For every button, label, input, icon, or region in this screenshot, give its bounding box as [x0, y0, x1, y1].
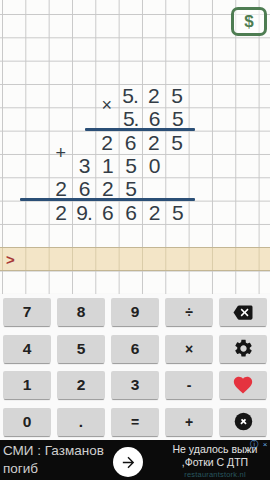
key-7[interactable]: 7 [3, 298, 51, 326]
backspace-icon [231, 303, 255, 322]
math-digit: 9. [72, 201, 95, 224]
math-digit: 2 [96, 177, 119, 200]
partial-product-row-1: 2 6 2 5 [95, 131, 188, 154]
ad-close-icon[interactable]: × [260, 440, 270, 450]
key-8[interactable]: 8 [57, 298, 105, 326]
math-digit: 5 [165, 84, 188, 107]
math-digit: 6 [142, 107, 165, 130]
math-digit: 6 [96, 201, 119, 224]
math-digit: 2 [95, 131, 118, 154]
math-digit: 0 [142, 154, 165, 177]
ad-headline-left[interactable]: СМИ : Газманов погиб [3, 442, 104, 477]
multiplicand-row: × 5. 2 5 [95, 84, 188, 107]
result-row: 2 9. 6 6 2 5 [49, 201, 189, 224]
ad-banner[interactable]: СМИ : Газманов погиб Не удалось выжи ,Фо… [0, 440, 270, 480]
key-3[interactable]: 3 [111, 371, 159, 399]
math-digit: 3 [72, 154, 95, 177]
key-6[interactable]: 6 [111, 335, 159, 363]
arrow-forward-icon [120, 454, 137, 471]
key-divide[interactable]: ÷ [165, 298, 213, 326]
key-equals[interactable]: = [111, 408, 159, 436]
ad-headline-line1: СМИ : Газманов [3, 442, 104, 460]
math-digit: 5. [119, 107, 142, 130]
key-plus[interactable]: + [165, 408, 213, 436]
key-1[interactable]: 1 [3, 371, 51, 399]
backspace-key[interactable] [219, 298, 267, 326]
math-digit: 5. [118, 84, 141, 107]
heart-icon [232, 374, 254, 396]
math-digit: 6 [119, 201, 142, 224]
key-multiply[interactable]: × [165, 335, 213, 363]
calculator-app-screen: $ × 5. 2 5 5. 6 5 2 6 2 5 + 3 1 5 [0, 0, 270, 480]
math-digit: 5 [166, 107, 189, 130]
key-5[interactable]: 5 [57, 335, 105, 363]
adchoices-icon[interactable]: ⓘ [249, 440, 259, 450]
close-key[interactable] [219, 408, 267, 436]
partial-product-row-3: 2 6 2 5 [49, 177, 142, 200]
math-digit: 2 [49, 177, 72, 200]
key-0[interactable]: 0 [3, 408, 51, 436]
key-9[interactable]: 9 [111, 298, 159, 326]
math-digit: 2 [49, 201, 72, 224]
currency-button[interactable]: $ [231, 7, 267, 36]
dollar-icon: $ [244, 13, 253, 30]
math-digit: 5 [119, 154, 142, 177]
math-digit: 5 [119, 177, 142, 200]
math-digit: 1 [96, 154, 119, 177]
partial-product-row-2: + 3 1 5 0 [49, 154, 166, 177]
key-decimal[interactable]: . [57, 408, 105, 436]
close-circle-icon [233, 411, 254, 432]
ad-right-line2: ,Фотки С ДТП [163, 456, 267, 469]
worksheet-paper: $ × 5. 2 5 5. 6 5 2 6 2 5 + 3 1 5 [0, 0, 270, 294]
multiplier-row: 5. 6 5 [119, 107, 189, 130]
favorite-key[interactable] [219, 371, 267, 399]
math-digit: 2 [142, 201, 165, 224]
key-minus[interactable]: - [165, 371, 213, 399]
input-prompt-row[interactable]: > [0, 247, 270, 271]
ad-arrow-button[interactable] [113, 447, 143, 477]
key-2[interactable]: 2 [57, 371, 105, 399]
key-4[interactable]: 4 [3, 335, 51, 363]
ad-advertiser-url: restaurantstork.nl [163, 469, 267, 480]
plus-sign: + [49, 142, 72, 165]
math-digit: 6 [118, 131, 141, 154]
prompt-caret: > [6, 251, 15, 268]
math-digit: 6 [72, 177, 95, 200]
math-digit: 2 [142, 131, 165, 154]
settings-key[interactable] [219, 335, 267, 363]
ad-headline-line2: погиб [3, 460, 104, 478]
math-digit: 5 [166, 201, 189, 224]
math-digit: 2 [142, 84, 165, 107]
keypad: 7 8 9 ÷ 4 5 6 × 1 2 3 - 0 . = [0, 294, 270, 440]
multiply-sign: × [95, 94, 118, 117]
math-digit: 5 [165, 131, 188, 154]
ad-badges: ⓘ × [249, 440, 270, 450]
gear-icon [233, 338, 254, 359]
